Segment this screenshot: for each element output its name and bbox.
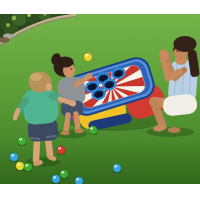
photo-frame-bottom: [0, 184, 200, 200]
ball-highlight: [90, 127, 93, 129]
ball-green: [24, 163, 32, 171]
girl-leg: [66, 115, 68, 131]
scene-canvas: [0, 0, 200, 200]
girl-sandal: [61, 131, 70, 135]
ball-highlight: [53, 176, 56, 178]
ball-highlight: [58, 147, 61, 149]
ball-highlight: [61, 171, 64, 173]
ball-yellow: [16, 162, 24, 170]
ball-highlight: [76, 178, 79, 180]
ball-green: [18, 137, 26, 145]
ball-highlight: [85, 54, 88, 56]
girl-hair-fringe: [57, 57, 74, 68]
girl-eye: [71, 68, 73, 70]
ball-red: [57, 146, 65, 154]
girl-leg: [76, 114, 78, 129]
boy-shirt: [21, 87, 59, 125]
girl-hand: [87, 73, 93, 79]
leaf-highlight: [12, 16, 16, 20]
boy-cheek: [46, 83, 52, 91]
shorts-cuff: [30, 138, 40, 139]
girl-sandal: [75, 129, 84, 133]
product-photo: [0, 0, 200, 200]
ball-blue: [52, 175, 60, 183]
ball-highlight: [11, 154, 14, 156]
ball-yellow: [84, 53, 92, 61]
ball-highlight: [114, 165, 117, 167]
woman-foot: [168, 127, 181, 133]
ball-blue: [75, 177, 83, 185]
shorts-cuff: [46, 136, 56, 137]
leaf-highlight: [6, 23, 10, 27]
boy-hair-highlight: [30, 73, 42, 81]
ball-highlight: [17, 163, 20, 165]
boy-hand: [70, 101, 76, 107]
ball-highlight: [25, 164, 28, 166]
ball-blue: [10, 153, 18, 161]
ball-blue: [113, 164, 121, 172]
ball-highlight: [19, 138, 22, 140]
ball-green: [60, 170, 68, 178]
boy-left-forearm: [15, 110, 18, 118]
boy-leg: [36, 140, 37, 160]
photo-frame-top: [0, 0, 200, 14]
ball-green: [89, 126, 97, 134]
